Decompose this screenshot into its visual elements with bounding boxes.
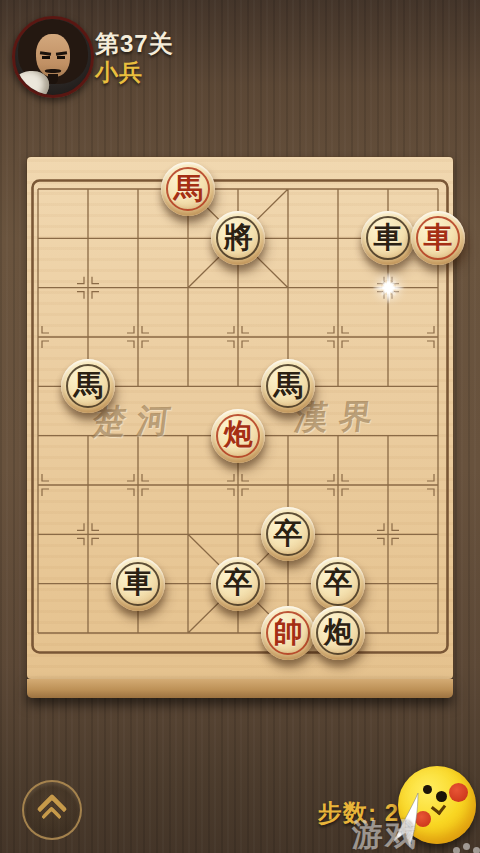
piece-black-soldier[interactable]: 卒 [261, 507, 315, 561]
piece-red-general[interactable]: 帥 [261, 606, 315, 660]
piece-glyph: 車 [374, 223, 403, 252]
piece-black-horse[interactable]: 馬 [61, 359, 115, 413]
piece-glyph: 卒 [274, 519, 303, 548]
board-front-edge [27, 679, 453, 698]
avatar-goatee [48, 74, 57, 85]
piece-glyph: 車 [424, 223, 453, 252]
piece-red-cannon[interactable]: 炮 [211, 409, 265, 463]
piece-glyph: 帥 [274, 618, 303, 647]
piece-layer: 馬將車車馬馬炮卒車卒卒帥炮 [27, 157, 453, 679]
piece-glyph: 將 [224, 223, 253, 252]
piece-black-chariot[interactable]: 車 [361, 211, 415, 265]
piece-black-general[interactable]: 將 [211, 211, 265, 265]
piece-glyph: 馬 [174, 174, 203, 203]
piece-black-soldier[interactable]: 卒 [211, 557, 265, 611]
piece-glyph: 炮 [324, 618, 353, 647]
game-screen: 第37关 小兵 楚河 漢界 馬將車車馬馬炮卒車卒卒帥炮 步数: 2 [0, 0, 480, 853]
piece-red-horse[interactable]: 馬 [161, 162, 215, 216]
collapse-button[interactable] [22, 780, 82, 840]
watermark-text: 游戏狗 [352, 814, 449, 853]
xiangqi-board[interactable]: 楚河 漢界 馬將車車馬馬炮卒車卒卒帥炮 [27, 157, 453, 679]
level-title: 第37关 [95, 28, 174, 60]
piece-black-chariot[interactable]: 車 [111, 557, 165, 611]
piece-glyph: 馬 [74, 371, 103, 400]
player-rank-label: 小兵 [95, 57, 143, 88]
piece-black-soldier[interactable]: 卒 [311, 557, 365, 611]
avatar-mustache [45, 69, 60, 73]
piece-glyph: 車 [124, 568, 153, 597]
paw-icon [451, 841, 480, 853]
piece-glyph: 卒 [224, 568, 253, 597]
avatar-eye [57, 56, 65, 59]
piece-red-chariot[interactable]: 車 [411, 211, 465, 265]
chick-mouth [431, 800, 446, 815]
piece-glyph: 馬 [274, 371, 303, 400]
avatar-eye [42, 56, 50, 59]
piece-black-cannon[interactable]: 炮 [311, 606, 365, 660]
piece-glyph: 炮 [224, 420, 253, 449]
piece-black-horse[interactable]: 馬 [261, 359, 315, 413]
player-avatar[interactable] [12, 16, 94, 98]
piece-glyph: 卒 [324, 568, 353, 597]
chick-cheek [449, 783, 468, 802]
watermark: 游戏狗 [352, 814, 480, 853]
